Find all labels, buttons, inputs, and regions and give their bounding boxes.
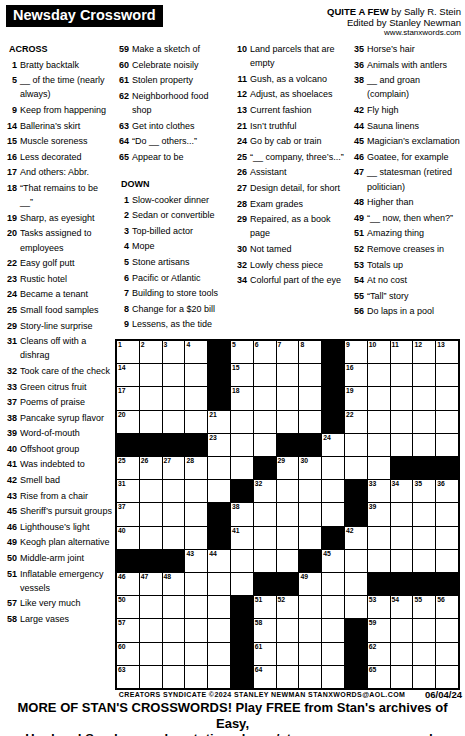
- cell-r1c11[interactable]: 9: [345, 341, 367, 363]
- cell-r11c5[interactable]: [208, 573, 230, 595]
- cell-r12c12[interactable]: 53: [368, 596, 390, 618]
- cell-number: 2: [141, 341, 145, 349]
- cell-r11c2[interactable]: 47: [140, 573, 162, 595]
- cell-r8c10[interactable]: [322, 503, 344, 525]
- cell-r14c3[interactable]: [163, 643, 185, 665]
- cell-number: 55: [414, 596, 422, 604]
- cell-r14c10[interactable]: [322, 643, 344, 665]
- clue-number: 31: [6, 334, 17, 348]
- cell-number: 18: [232, 387, 240, 395]
- cell-r11c11[interactable]: [345, 573, 367, 595]
- cell-r10c8[interactable]: [277, 550, 299, 572]
- cell-r7c5[interactable]: [208, 480, 230, 502]
- cell-number: 60: [118, 643, 126, 651]
- cell-r12c7[interactable]: 51: [254, 596, 276, 618]
- cell-r1c13[interactable]: 11: [391, 341, 413, 363]
- cell-r2c9[interactable]: [299, 364, 321, 386]
- clue-text: Do laps in a pool: [367, 306, 434, 316]
- cell-r8c7[interactable]: [254, 503, 276, 525]
- cell-r6c6[interactable]: [231, 457, 253, 479]
- clue-52: 52Remove creases in: [353, 242, 460, 256]
- cell-r1c4[interactable]: 4: [185, 341, 207, 363]
- cell-r1c6[interactable]: 5: [231, 341, 253, 363]
- cell-r12c5[interactable]: [208, 596, 230, 618]
- cell-r8c3[interactable]: [163, 503, 185, 525]
- clue-text: __ and groan (complain): [367, 75, 420, 99]
- cell-r3c4[interactable]: [185, 387, 207, 409]
- cell-r7c7[interactable]: 32: [254, 480, 276, 502]
- cell-r8c11: [345, 503, 367, 525]
- clue-45: 45Magician’s exclamation: [353, 134, 460, 148]
- cell-r7c13[interactable]: 34: [391, 480, 413, 502]
- cell-r1c14[interactable]: 12: [413, 341, 435, 363]
- cell-r15c14[interactable]: [413, 666, 435, 688]
- cell-r6c11[interactable]: [345, 457, 367, 479]
- clue-text: Stolen property: [132, 75, 193, 85]
- cell-r4c14[interactable]: [413, 411, 435, 433]
- cell-r9c5: [208, 527, 230, 549]
- cell-r13c13[interactable]: [391, 619, 413, 641]
- cell-r1c12[interactable]: 10: [368, 341, 390, 363]
- clue-5: 5__ of the time (nearly always): [6, 73, 113, 101]
- cell-r4c2[interactable]: [140, 411, 162, 433]
- cell-r5c15[interactable]: [436, 434, 458, 456]
- cell-r2c14[interactable]: [413, 364, 435, 386]
- cell-r4c12[interactable]: [368, 411, 390, 433]
- cell-r5c10[interactable]: 24: [322, 434, 344, 456]
- clue-2: 2Sedan or convertible: [118, 208, 225, 222]
- cell-r10c11[interactable]: [345, 550, 367, 572]
- clue-62: 62Neighborhood food shop: [118, 89, 225, 117]
- cell-number: 36: [437, 480, 445, 488]
- cell-r11c6[interactable]: [231, 573, 253, 595]
- cell-r12c15[interactable]: 56: [436, 596, 458, 618]
- cell-r9c11[interactable]: 42: [345, 527, 367, 549]
- clue-number: 29: [6, 319, 17, 333]
- cell-r13c1[interactable]: 57: [117, 619, 139, 641]
- clue-53: 53Totals up: [353, 258, 460, 272]
- clue-47: 47__ statesman (retired politician): [353, 165, 460, 193]
- cell-r12c11[interactable]: [345, 596, 367, 618]
- cell-r3c2[interactable]: [140, 387, 162, 409]
- cell-r4c5[interactable]: 21: [208, 411, 230, 433]
- cell-r11c4[interactable]: [185, 573, 207, 595]
- cell-r7c15[interactable]: 36: [436, 480, 458, 502]
- clue-number: 4: [118, 239, 129, 253]
- clue-column-3: 10Land parcels that are empty11Gush, as …: [236, 42, 347, 289]
- cell-number: 48: [164, 573, 172, 581]
- clue-text: Building to store tools: [132, 288, 218, 298]
- cell-r1c1[interactable]: 1: [117, 341, 139, 363]
- cell-r11c1[interactable]: 46: [117, 573, 139, 595]
- cell-r4c13[interactable]: [391, 411, 413, 433]
- cell-r5c6[interactable]: [231, 434, 253, 456]
- cell-r9c15[interactable]: [436, 527, 458, 549]
- cell-r15c9[interactable]: [299, 666, 321, 688]
- cell-r9c9[interactable]: [299, 527, 321, 549]
- clue-6: 6Pacific or Atlantic: [118, 271, 225, 285]
- cell-r12c13[interactable]: 54: [391, 596, 413, 618]
- cell-r10c4[interactable]: 43: [185, 550, 207, 572]
- clue-32: 32Took care of the check: [6, 364, 113, 378]
- cell-r5c11[interactable]: [345, 434, 367, 456]
- cell-r7c10[interactable]: [322, 480, 344, 502]
- clue-number: 50: [6, 551, 17, 565]
- cell-r6c9[interactable]: 30: [299, 457, 321, 479]
- cell-r9c8[interactable]: [277, 527, 299, 549]
- cell-r2c8[interactable]: [277, 364, 299, 386]
- cell-r5c7[interactable]: [254, 434, 276, 456]
- cell-r3c3[interactable]: [163, 387, 185, 409]
- cell-r14c7[interactable]: 61: [254, 643, 276, 665]
- clue-37: 37Poems of praise: [6, 395, 113, 409]
- cell-r6c7: [254, 457, 276, 479]
- clue-number: 23: [6, 272, 17, 286]
- cell-r3c13[interactable]: [391, 387, 413, 409]
- cell-r3c6[interactable]: 18: [231, 387, 253, 409]
- clue-31: 31Cleans off with a dishrag: [6, 334, 113, 362]
- cell-number: 25: [118, 457, 126, 465]
- clue-25: 25“__ company, three’s...”: [236, 150, 347, 164]
- cell-r13c14[interactable]: [413, 619, 435, 641]
- cell-r10c12[interactable]: [368, 550, 390, 572]
- cell-r13c8[interactable]: [277, 619, 299, 641]
- cell-r9c6[interactable]: 41: [231, 527, 253, 549]
- cell-number: 28: [186, 457, 194, 465]
- clue-text: Less decorated: [20, 152, 82, 162]
- cell-r8c8[interactable]: [277, 503, 299, 525]
- cell-r5c5[interactable]: 23: [208, 434, 230, 456]
- clue-column-1: ACROSS1Bratty backtalk5__ of the time (n…: [6, 42, 113, 628]
- cell-r14c8[interactable]: [277, 643, 299, 665]
- cell-r11c9[interactable]: 49: [299, 573, 321, 595]
- title-block: QUITE A FEW by Sally R. Stein Edited by …: [327, 7, 461, 39]
- clue-24: 24Became a tenant: [6, 287, 113, 301]
- cell-r11c15: [436, 573, 458, 595]
- cell-number: 15: [232, 364, 240, 372]
- clue-58: 58Large vases: [6, 612, 113, 626]
- cell-r12c10[interactable]: [322, 596, 344, 618]
- cell-number: 11: [392, 341, 399, 349]
- clue-text: Animals with antlers: [367, 60, 447, 70]
- cell-r4c9[interactable]: [299, 411, 321, 433]
- cell-r5c8: [277, 434, 299, 456]
- cell-r10c1: [117, 550, 139, 572]
- cell-r3c8[interactable]: [277, 387, 299, 409]
- clue-7: 7Building to store tools: [118, 286, 225, 300]
- cell-r12c3[interactable]: [163, 596, 185, 618]
- cell-r9c7[interactable]: [254, 527, 276, 549]
- clue-number: 58: [6, 612, 17, 626]
- cell-r14c5[interactable]: [208, 643, 230, 665]
- cell-r15c15[interactable]: [436, 666, 458, 688]
- cell-r14c2[interactable]: [140, 643, 162, 665]
- cell-r14c12[interactable]: 62: [368, 643, 390, 665]
- cell-r5c12[interactable]: [368, 434, 390, 456]
- cell-r15c13[interactable]: [391, 666, 413, 688]
- cell-r12c9[interactable]: [299, 596, 321, 618]
- cell-r6c10[interactable]: [322, 457, 344, 479]
- cell-r14c14[interactable]: [413, 643, 435, 665]
- cell-r2c12[interactable]: [368, 364, 390, 386]
- cell-r5c13[interactable]: [391, 434, 413, 456]
- clue-22: 22Easy golf putt: [6, 256, 113, 270]
- cell-r4c6[interactable]: [231, 411, 253, 433]
- cell-r15c12[interactable]: 65: [368, 666, 390, 688]
- cell-r6c8[interactable]: 29: [277, 457, 299, 479]
- clue-30: 30Not tamed: [236, 242, 347, 256]
- clue-number: 36: [353, 58, 364, 72]
- cell-r10c3: [163, 550, 185, 572]
- cell-r8c1[interactable]: 37: [117, 503, 139, 525]
- cell-r9c14[interactable]: [413, 527, 435, 549]
- cell-r3c15[interactable]: [436, 387, 458, 409]
- cell-r12c1[interactable]: 50: [117, 596, 139, 618]
- cell-r7c14[interactable]: 35: [413, 480, 435, 502]
- cell-r13c4[interactable]: [185, 619, 207, 641]
- cell-r15c1[interactable]: 63: [117, 666, 139, 688]
- clue-text: Bratty backtalk: [20, 60, 79, 70]
- clue-14: 14Ballerina’s skirt: [6, 119, 113, 133]
- clue-text: __ statesman (retired politician): [367, 167, 452, 191]
- cell-r6c4[interactable]: 28: [185, 457, 207, 479]
- cell-r6c1[interactable]: 25: [117, 457, 139, 479]
- clue-25: 25Small food samples: [6, 303, 113, 317]
- cell-r9c12[interactable]: [368, 527, 390, 549]
- cell-r7c2[interactable]: [140, 480, 162, 502]
- cell-number: 24: [323, 434, 331, 442]
- cell-r8c14[interactable]: [413, 503, 435, 525]
- cell-r3c12[interactable]: [368, 387, 390, 409]
- cell-r15c6: [231, 666, 253, 688]
- cell-r7c8[interactable]: [277, 480, 299, 502]
- cell-r15c10[interactable]: [322, 666, 344, 688]
- clue-38: 38Pancake syrup flavor: [6, 411, 113, 425]
- cell-r10c13[interactable]: [391, 550, 413, 572]
- clue-number: 46: [6, 520, 17, 534]
- cell-r9c2[interactable]: [140, 527, 162, 549]
- clue-number: 25: [236, 150, 247, 164]
- clue-text: Muscle soreness: [20, 136, 88, 146]
- cell-r1c9[interactable]: 8: [299, 341, 321, 363]
- cell-r12c14[interactable]: 55: [413, 596, 435, 618]
- cell-r4c1[interactable]: 20: [117, 411, 139, 433]
- clue-48: 48Higher than: [353, 195, 460, 209]
- cell-r5c1: [117, 434, 139, 456]
- clue-text: Celebrate noisily: [132, 60, 199, 70]
- cell-r1c8[interactable]: 7: [277, 341, 299, 363]
- cell-r2c4[interactable]: [185, 364, 207, 386]
- clue-text: Lessens, as the tide: [132, 319, 212, 329]
- cell-r9c4[interactable]: [185, 527, 207, 549]
- cell-r4c11[interactable]: 22: [345, 411, 367, 433]
- cell-r5c2: [140, 434, 162, 456]
- cell-number: 38: [232, 503, 240, 511]
- clue-text: “That remains to be __”: [20, 183, 98, 207]
- cell-r4c3[interactable]: [163, 411, 185, 433]
- cell-r6c12[interactable]: [368, 457, 390, 479]
- cell-r14c15[interactable]: [436, 643, 458, 665]
- clue-number: 54: [353, 273, 364, 287]
- cell-r6c2[interactable]: 26: [140, 457, 162, 479]
- cell-number: 54: [392, 596, 400, 604]
- cell-r7c1[interactable]: 31: [117, 480, 139, 502]
- cell-r1c7[interactable]: 6: [254, 341, 276, 363]
- cell-r2c7[interactable]: [254, 364, 276, 386]
- clue-51: 51Inflatable emergency vessels: [6, 567, 113, 595]
- clue-number: 37: [6, 395, 17, 409]
- cell-number: 37: [118, 503, 126, 511]
- cell-r15c4[interactable]: [185, 666, 207, 688]
- cell-r8c15[interactable]: [436, 503, 458, 525]
- clue-18: 18“That remains to be __”: [6, 181, 113, 209]
- cell-r14c4[interactable]: [185, 643, 207, 665]
- clue-text: Sedan or convertible: [132, 210, 215, 220]
- crossword-page: Newsday Crossword QUITE A FEW by Sally R…: [0, 0, 465, 736]
- cell-number: 43: [186, 550, 194, 558]
- cell-r8c6[interactable]: 38: [231, 503, 253, 525]
- cell-r3c14[interactable]: [413, 387, 435, 409]
- clue-text: Get into clothes: [132, 121, 195, 131]
- cell-r9c13[interactable]: [391, 527, 413, 549]
- clue-text: Horse’s hair: [367, 44, 415, 54]
- cell-r13c5[interactable]: [208, 619, 230, 641]
- cell-number: 39: [369, 503, 377, 511]
- cell-number: 16: [346, 364, 354, 372]
- clue-13: 13Current fashion: [236, 103, 347, 117]
- clue-number: 38: [6, 411, 17, 425]
- cell-r10c10[interactable]: 45: [322, 550, 344, 572]
- cell-number: 64: [255, 666, 263, 674]
- cell-r3c1[interactable]: 17: [117, 387, 139, 409]
- clue-21: 21Isn’t truthful: [236, 119, 347, 133]
- cell-r15c5[interactable]: [208, 666, 230, 688]
- clue-23: 23Rustic hotel: [6, 272, 113, 286]
- cell-r6c5[interactable]: [208, 457, 230, 479]
- cell-r15c2[interactable]: [140, 666, 162, 688]
- cell-r7c3[interactable]: [163, 480, 185, 502]
- clue-text: Magician’s exclamation: [367, 136, 460, 146]
- cell-r8c4[interactable]: [185, 503, 207, 525]
- cell-r8c9[interactable]: [299, 503, 321, 525]
- promo-line-2: Hard and Sunday puzzles at: tinyurl.com/…: [0, 731, 465, 736]
- puzzle-editor: Edited by Stanley Newman: [327, 18, 461, 29]
- cell-r15c7[interactable]: 64: [254, 666, 276, 688]
- cell-r13c10[interactable]: [322, 619, 344, 641]
- cell-r11c10[interactable]: [322, 573, 344, 595]
- cell-r7c9[interactable]: [299, 480, 321, 502]
- cell-r4c8[interactable]: [277, 411, 299, 433]
- clue-number: 63: [118, 119, 129, 133]
- cell-number: 49: [300, 573, 308, 581]
- clue-number: 22: [6, 256, 17, 270]
- cell-r10c6[interactable]: [231, 550, 253, 572]
- cell-r14c1[interactable]: 60: [117, 643, 139, 665]
- cell-number: 53: [369, 596, 377, 604]
- cell-r10c15[interactable]: [436, 550, 458, 572]
- cell-r10c7[interactable]: [254, 550, 276, 572]
- cell-r2c1[interactable]: 14: [117, 364, 139, 386]
- clue-text: Like very much: [20, 598, 81, 608]
- cell-r8c12[interactable]: 39: [368, 503, 390, 525]
- cell-r3c11[interactable]: 19: [345, 387, 367, 409]
- cell-r13c2[interactable]: [140, 619, 162, 641]
- cell-r13c15[interactable]: [436, 619, 458, 641]
- cell-r6c3[interactable]: 27: [163, 457, 185, 479]
- cell-r13c12[interactable]: 59: [368, 619, 390, 641]
- cell-r10c14[interactable]: [413, 550, 435, 572]
- cell-r8c2[interactable]: [140, 503, 162, 525]
- cell-r1c15[interactable]: 13: [436, 341, 458, 363]
- cell-r8c13[interactable]: [391, 503, 413, 525]
- cell-r14c9[interactable]: [299, 643, 321, 665]
- clue-number: 24: [236, 134, 247, 148]
- cell-r10c5[interactable]: 44: [208, 550, 230, 572]
- cell-r4c4[interactable]: [185, 411, 207, 433]
- clue-55: 55“Tall” story: [353, 289, 460, 303]
- cell-r3c9[interactable]: [299, 387, 321, 409]
- cell-r13c3[interactable]: [163, 619, 185, 641]
- clue-39: 39Word-of-mouth: [6, 426, 113, 440]
- cell-r1c2[interactable]: 2: [140, 341, 162, 363]
- clue-5: 5Stone artisans: [118, 255, 225, 269]
- cell-r9c1[interactable]: 40: [117, 527, 139, 549]
- cell-r10c2: [140, 550, 162, 572]
- cell-number: 20: [118, 411, 126, 419]
- clue-38: 38__ and groan (complain): [353, 73, 460, 101]
- clue-number: 24: [6, 287, 17, 301]
- clue-number: 41: [6, 457, 17, 471]
- clue-text: Amazing thing: [367, 228, 424, 238]
- cell-r1c3[interactable]: 3: [163, 341, 185, 363]
- cell-r7c12[interactable]: 33: [368, 480, 390, 502]
- clue-number: 5: [6, 73, 17, 87]
- cell-r12c2[interactable]: [140, 596, 162, 618]
- clue-29: 29Story-line surprise: [6, 319, 113, 333]
- cell-r9c3[interactable]: [163, 527, 185, 549]
- cell-r4c7[interactable]: [254, 411, 276, 433]
- cell-r2c3[interactable]: [163, 364, 185, 386]
- cell-r15c8[interactable]: [277, 666, 299, 688]
- cell-r3c7[interactable]: [254, 387, 276, 409]
- cell-r12c8[interactable]: 52: [277, 596, 299, 618]
- clue-text: Design detail, for short: [250, 183, 340, 193]
- clue-number: 13: [236, 103, 247, 117]
- cell-r14c13[interactable]: [391, 643, 413, 665]
- cell-r7c4[interactable]: [185, 480, 207, 502]
- cell-number: 62: [369, 643, 377, 651]
- clue-number: 9: [6, 103, 17, 117]
- clue-number: 19: [6, 211, 17, 225]
- cell-r15c3[interactable]: [163, 666, 185, 688]
- puzzle-title-line: QUITE A FEW by Sally R. Stein: [327, 7, 461, 18]
- cell-r13c9[interactable]: [299, 619, 321, 641]
- clue-text: Green citrus fruit: [20, 382, 87, 392]
- cell-r2c6[interactable]: 15: [231, 364, 253, 386]
- cell-r2c2[interactable]: [140, 364, 162, 386]
- cell-r12c4[interactable]: [185, 596, 207, 618]
- cell-r4c15[interactable]: [436, 411, 458, 433]
- clue-43: 43Rise from a chair: [6, 489, 113, 503]
- cell-r2c13[interactable]: [391, 364, 413, 386]
- cell-r13c7[interactable]: 58: [254, 619, 276, 641]
- promo-line-1: MORE OF STAN'S CROSSWORDS! Play FREE fro…: [0, 700, 465, 731]
- cell-r2c15[interactable]: [436, 364, 458, 386]
- clue-number: 32: [236, 258, 247, 272]
- cell-r2c11[interactable]: 16: [345, 364, 367, 386]
- cell-r5c14[interactable]: [413, 434, 435, 456]
- cell-r11c3[interactable]: 48: [163, 573, 185, 595]
